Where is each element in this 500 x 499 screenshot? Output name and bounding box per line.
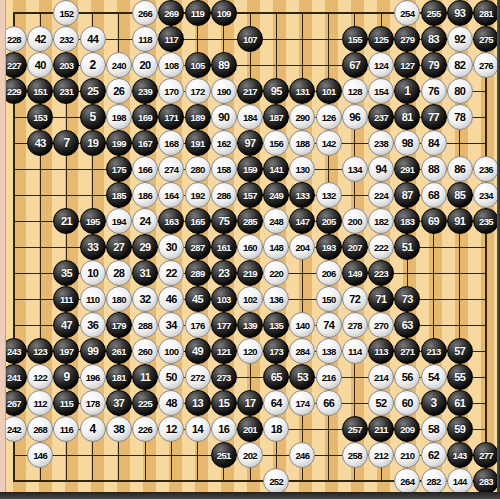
stone-black-261[interactable]: 261 bbox=[106, 338, 132, 364]
stone-white-138[interactable]: 138 bbox=[316, 338, 342, 364]
stone-black-195[interactable]: 195 bbox=[80, 208, 106, 234]
stone-black-15[interactable]: 15 bbox=[211, 390, 237, 416]
stone-white-154[interactable]: 154 bbox=[368, 78, 394, 104]
stone-white-214[interactable]: 214 bbox=[368, 364, 394, 390]
stone-black-207[interactable]: 207 bbox=[342, 234, 368, 260]
stone-white-190[interactable]: 190 bbox=[211, 78, 237, 104]
stone-black-61[interactable]: 61 bbox=[447, 390, 473, 416]
stone-black-83[interactable]: 83 bbox=[421, 26, 447, 52]
stone-white-144[interactable]: 144 bbox=[447, 468, 473, 494]
stone-white-24[interactable]: 24 bbox=[132, 208, 158, 234]
stone-black-149[interactable]: 149 bbox=[342, 260, 368, 286]
stone-white-258[interactable]: 258 bbox=[342, 442, 368, 468]
stone-white-224[interactable]: 224 bbox=[368, 182, 394, 208]
stone-white-114[interactable]: 114 bbox=[342, 338, 368, 364]
stone-black-161[interactable]: 161 bbox=[211, 234, 237, 260]
stone-black-217[interactable]: 217 bbox=[237, 78, 263, 104]
stone-black-251[interactable]: 251 bbox=[211, 442, 237, 468]
stone-black-91[interactable]: 91 bbox=[447, 208, 473, 234]
stone-black-49[interactable]: 49 bbox=[185, 338, 211, 364]
stone-white-196[interactable]: 196 bbox=[80, 364, 106, 390]
stone-black-75[interactable]: 75 bbox=[211, 208, 237, 234]
stone-white-128[interactable]: 128 bbox=[342, 78, 368, 104]
stone-black-79[interactable]: 79 bbox=[421, 52, 447, 78]
stone-white-286[interactable]: 286 bbox=[211, 182, 237, 208]
stone-black-103[interactable]: 103 bbox=[211, 286, 237, 312]
stone-black-31[interactable]: 31 bbox=[132, 260, 158, 286]
stone-black-121[interactable]: 121 bbox=[211, 338, 237, 364]
stone-black-287[interactable]: 287 bbox=[185, 234, 211, 260]
stone-black-189[interactable]: 189 bbox=[185, 104, 211, 130]
stone-black-5[interactable]: 5 bbox=[80, 104, 106, 130]
stone-black-143[interactable]: 143 bbox=[447, 442, 473, 468]
stone-white-14[interactable]: 14 bbox=[185, 416, 211, 442]
stone-black-69[interactable]: 69 bbox=[421, 208, 447, 234]
window-frame-left bbox=[0, 0, 6, 499]
stone-black-223[interactable]: 223 bbox=[368, 260, 394, 286]
stone-white-110[interactable]: 110 bbox=[80, 286, 106, 312]
stone-white-4[interactable]: 4 bbox=[80, 416, 106, 442]
stone-white-94[interactable]: 94 bbox=[368, 156, 394, 182]
window-frame-bottom bbox=[0, 492, 500, 499]
stone-white-226[interactable]: 226 bbox=[132, 416, 158, 442]
stone-black-59[interactable]: 59 bbox=[447, 416, 473, 442]
stone-white-10[interactable]: 10 bbox=[80, 260, 106, 286]
stone-black-157[interactable]: 157 bbox=[237, 182, 263, 208]
stone-black-155[interactable]: 155 bbox=[342, 26, 368, 52]
stone-black-139[interactable]: 139 bbox=[237, 312, 263, 338]
stone-black-33[interactable]: 33 bbox=[80, 234, 106, 260]
stone-black-185[interactable]: 185 bbox=[106, 182, 132, 208]
stone-white-36[interactable]: 36 bbox=[80, 312, 106, 338]
stone-white-236[interactable]: 236 bbox=[473, 156, 499, 182]
stone-white-240[interactable]: 240 bbox=[106, 52, 132, 78]
stone-black-225[interactable]: 225 bbox=[132, 390, 158, 416]
stone-black-211[interactable]: 211 bbox=[368, 416, 394, 442]
stone-white-74[interactable]: 74 bbox=[316, 312, 342, 338]
stone-white-276[interactable]: 276 bbox=[473, 52, 499, 78]
stone-white-178[interactable]: 178 bbox=[80, 390, 106, 416]
stone-black-179[interactable]: 179 bbox=[106, 312, 132, 338]
stone-white-238[interactable]: 238 bbox=[368, 130, 394, 156]
stone-black-97[interactable]: 97 bbox=[237, 130, 263, 156]
stone-white-20[interactable]: 20 bbox=[132, 52, 158, 78]
stone-white-172[interactable]: 172 bbox=[185, 78, 211, 104]
stone-white-126[interactable]: 126 bbox=[316, 104, 342, 130]
stone-white-272[interactable]: 272 bbox=[185, 364, 211, 390]
stone-black-107[interactable]: 107 bbox=[237, 26, 263, 52]
stone-black-277[interactable]: 277 bbox=[473, 442, 499, 468]
stone-black-237[interactable]: 237 bbox=[368, 104, 394, 130]
stone-white-102[interactable]: 102 bbox=[237, 286, 263, 312]
stone-black-119[interactable]: 119 bbox=[185, 0, 211, 26]
stone-white-124[interactable]: 124 bbox=[368, 52, 394, 78]
stone-black-27[interactable]: 27 bbox=[106, 234, 132, 260]
stone-white-206[interactable]: 206 bbox=[316, 260, 342, 286]
stone-black-45[interactable]: 45 bbox=[185, 286, 211, 312]
stone-black-289[interactable]: 289 bbox=[185, 260, 211, 286]
stone-black-105[interactable]: 105 bbox=[185, 52, 211, 78]
stone-black-167[interactable]: 167 bbox=[132, 130, 158, 156]
stone-white-90[interactable]: 90 bbox=[211, 104, 237, 130]
stone-black-219[interactable]: 219 bbox=[237, 260, 263, 286]
stone-white-260[interactable]: 260 bbox=[132, 338, 158, 364]
stone-black-99[interactable]: 99 bbox=[80, 338, 106, 364]
stone-black-25[interactable]: 25 bbox=[80, 78, 106, 104]
stone-white-82[interactable]: 82 bbox=[447, 52, 473, 78]
stone-black-13[interactable]: 13 bbox=[185, 390, 211, 416]
stone-white-62[interactable]: 62 bbox=[421, 442, 447, 468]
stone-white-38[interactable]: 38 bbox=[106, 416, 132, 442]
stone-black-175[interactable]: 175 bbox=[106, 156, 132, 182]
stone-white-76[interactable]: 76 bbox=[421, 78, 447, 104]
stone-black-169[interactable]: 169 bbox=[132, 104, 158, 130]
stone-white-278[interactable]: 278 bbox=[342, 312, 368, 338]
stone-white-132[interactable]: 132 bbox=[316, 182, 342, 208]
stone-white-120[interactable]: 120 bbox=[237, 338, 263, 364]
stone-black-11[interactable]: 11 bbox=[132, 364, 158, 390]
stone-white-282[interactable]: 282 bbox=[421, 468, 447, 494]
stone-white-288[interactable]: 288 bbox=[132, 312, 158, 338]
stone-black-101[interactable]: 101 bbox=[316, 78, 342, 104]
stone-black-3[interactable]: 3 bbox=[421, 390, 447, 416]
stone-black-23[interactable]: 23 bbox=[211, 260, 237, 286]
stone-black-89[interactable]: 89 bbox=[211, 52, 237, 78]
stone-black-17[interactable]: 17 bbox=[237, 390, 263, 416]
stone-white-2[interactable]: 2 bbox=[80, 52, 106, 78]
stone-white-200[interactable]: 200 bbox=[342, 208, 368, 234]
stone-white-234[interactable]: 234 bbox=[473, 182, 499, 208]
stone-black-275[interactable]: 275 bbox=[473, 26, 499, 52]
stone-white-84[interactable]: 84 bbox=[421, 130, 447, 156]
stone-white-92[interactable]: 92 bbox=[447, 26, 473, 52]
stone-white-118[interactable]: 118 bbox=[132, 26, 158, 52]
stone-white-134[interactable]: 134 bbox=[342, 156, 368, 182]
stone-black-235[interactable]: 235 bbox=[473, 208, 499, 234]
stone-white-160[interactable]: 160 bbox=[237, 234, 263, 260]
stone-white-142[interactable]: 142 bbox=[316, 130, 342, 156]
go-board-window: 1522662691191092542559328122842232441181… bbox=[0, 0, 500, 499]
stone-black-77[interactable]: 77 bbox=[421, 104, 447, 130]
stone-black-281[interactable]: 281 bbox=[473, 0, 499, 26]
stone-black-37[interactable]: 37 bbox=[106, 390, 132, 416]
stone-white-222[interactable]: 222 bbox=[368, 234, 394, 260]
stone-white-198[interactable]: 198 bbox=[106, 104, 132, 130]
stone-black-159[interactable]: 159 bbox=[237, 156, 263, 182]
stone-black-19[interactable]: 19 bbox=[80, 130, 106, 156]
stone-white-186[interactable]: 186 bbox=[132, 182, 158, 208]
stone-white-202[interactable]: 202 bbox=[237, 442, 263, 468]
stone-white-16[interactable]: 16 bbox=[211, 416, 237, 442]
stone-black-193[interactable]: 193 bbox=[316, 234, 342, 260]
stone-black-177[interactable]: 177 bbox=[211, 312, 237, 338]
stone-white-162[interactable]: 162 bbox=[211, 130, 237, 156]
stone-white-66[interactable]: 66 bbox=[316, 390, 342, 416]
stone-white-88[interactable]: 88 bbox=[421, 156, 447, 182]
stone-black-283[interactable]: 283 bbox=[473, 468, 499, 494]
stone-white-216[interactable]: 216 bbox=[316, 364, 342, 390]
stone-white-58[interactable]: 58 bbox=[421, 416, 447, 442]
stone-white-78[interactable]: 78 bbox=[447, 104, 473, 130]
stone-white-96[interactable]: 96 bbox=[342, 104, 368, 130]
stone-white-28[interactable]: 28 bbox=[106, 260, 132, 286]
stone-white-80[interactable]: 80 bbox=[447, 78, 473, 104]
stone-black-125[interactable]: 125 bbox=[368, 26, 394, 52]
stone-white-194[interactable]: 194 bbox=[106, 208, 132, 234]
stone-black-273[interactable]: 273 bbox=[211, 364, 237, 390]
stone-black-201[interactable]: 201 bbox=[237, 416, 263, 442]
stone-black-199[interactable]: 199 bbox=[106, 130, 132, 156]
stone-black-165[interactable]: 165 bbox=[185, 208, 211, 234]
stone-white-52[interactable]: 52 bbox=[368, 390, 394, 416]
stone-white-184[interactable]: 184 bbox=[237, 104, 263, 130]
stone-black-213[interactable]: 213 bbox=[421, 338, 447, 364]
stone-black-205[interactable]: 205 bbox=[316, 208, 342, 234]
stone-black-109[interactable]: 109 bbox=[211, 0, 237, 26]
stone-black-285[interactable]: 285 bbox=[237, 208, 263, 234]
stone-black-113[interactable]: 113 bbox=[368, 338, 394, 364]
stone-white-158[interactable]: 158 bbox=[211, 156, 237, 182]
stone-black-71[interactable]: 71 bbox=[368, 286, 394, 312]
stone-white-32[interactable]: 32 bbox=[132, 286, 158, 312]
stone-black-57[interactable]: 57 bbox=[447, 338, 473, 364]
stone-black-239[interactable]: 239 bbox=[132, 78, 158, 104]
stone-white-54[interactable]: 54 bbox=[421, 364, 447, 390]
stone-white-212[interactable]: 212 bbox=[368, 442, 394, 468]
stone-black-85[interactable]: 85 bbox=[447, 182, 473, 208]
stone-white-68[interactable]: 68 bbox=[421, 182, 447, 208]
stone-white-192[interactable]: 192 bbox=[185, 182, 211, 208]
stone-white-180[interactable]: 180 bbox=[106, 286, 132, 312]
stone-white-280[interactable]: 280 bbox=[185, 156, 211, 182]
stone-white-44[interactable]: 44 bbox=[80, 26, 106, 52]
stone-black-55[interactable]: 55 bbox=[447, 364, 473, 390]
stone-black-181[interactable]: 181 bbox=[106, 364, 132, 390]
stone-black-257[interactable]: 257 bbox=[342, 416, 368, 442]
stone-white-150[interactable]: 150 bbox=[316, 286, 342, 312]
grid-vline bbox=[485, 12, 487, 482]
stone-black-29[interactable]: 29 bbox=[132, 234, 158, 260]
stone-black-255[interactable]: 255 bbox=[421, 0, 447, 26]
stone-white-266[interactable]: 266 bbox=[132, 0, 158, 26]
stone-white-182[interactable]: 182 bbox=[368, 208, 394, 234]
stone-white-270[interactable]: 270 bbox=[368, 312, 394, 338]
stone-black-191[interactable]: 191 bbox=[185, 130, 211, 156]
stone-white-72[interactable]: 72 bbox=[342, 286, 368, 312]
stone-white-176[interactable]: 176 bbox=[185, 312, 211, 338]
stone-white-86[interactable]: 86 bbox=[447, 156, 473, 182]
stone-black-93[interactable]: 93 bbox=[447, 0, 473, 26]
stone-white-26[interactable]: 26 bbox=[106, 78, 132, 104]
stone-white-166[interactable]: 166 bbox=[132, 156, 158, 182]
stone-black-67[interactable]: 67 bbox=[342, 52, 368, 78]
